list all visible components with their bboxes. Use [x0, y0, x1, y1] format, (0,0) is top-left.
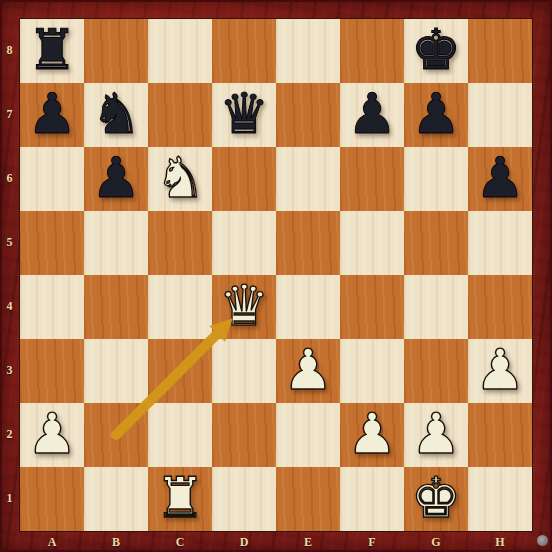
file-label-f: F — [340, 533, 404, 552]
file-label-d: D — [212, 533, 276, 552]
rank-label-7: 7 — [0, 82, 19, 146]
square-h4[interactable] — [468, 275, 532, 339]
square-f1[interactable] — [340, 467, 404, 531]
board-frame: ♜♚♟♞♛♟♟♟♞♟♛♟♟♟♟♟♜♚ 87654321 ABCDEFGH — [0, 0, 552, 552]
square-f5[interactable] — [340, 211, 404, 275]
square-d6[interactable] — [212, 147, 276, 211]
square-a6[interactable] — [20, 147, 84, 211]
square-h1[interactable] — [468, 467, 532, 531]
square-d8[interactable] — [212, 19, 276, 83]
square-b8[interactable] — [84, 19, 148, 83]
square-b5[interactable] — [84, 211, 148, 275]
square-e5[interactable] — [276, 211, 340, 275]
file-label-b: B — [84, 533, 148, 552]
square-f4[interactable] — [340, 275, 404, 339]
square-g6[interactable] — [404, 147, 468, 211]
black-pawn-b6[interactable]: ♟ — [84, 147, 148, 211]
square-h2[interactable] — [468, 403, 532, 467]
white-pawn-g2[interactable]: ♟ — [404, 403, 468, 467]
file-label-e: E — [276, 533, 340, 552]
rank-label-6: 6 — [0, 146, 19, 210]
square-e4[interactable] — [276, 275, 340, 339]
white-pawn-a2[interactable]: ♟ — [20, 403, 84, 467]
square-d2[interactable] — [212, 403, 276, 467]
square-f3[interactable] — [340, 339, 404, 403]
square-d5[interactable] — [212, 211, 276, 275]
square-h8[interactable] — [468, 19, 532, 83]
square-e6[interactable] — [276, 147, 340, 211]
square-a4[interactable] — [20, 275, 84, 339]
file-label-c: C — [148, 533, 212, 552]
file-label-g: G — [404, 533, 468, 552]
square-b3[interactable] — [84, 339, 148, 403]
black-pawn-f7[interactable]: ♟ — [340, 83, 404, 147]
white-pawn-h3[interactable]: ♟ — [468, 339, 532, 403]
square-b4[interactable] — [84, 275, 148, 339]
square-g4[interactable] — [404, 275, 468, 339]
square-f8[interactable] — [340, 19, 404, 83]
black-pawn-g7[interactable]: ♟ — [404, 83, 468, 147]
square-c5[interactable] — [148, 211, 212, 275]
square-f6[interactable] — [340, 147, 404, 211]
square-h5[interactable] — [468, 211, 532, 275]
square-e7[interactable] — [276, 83, 340, 147]
square-a1[interactable] — [20, 467, 84, 531]
file-label-a: A — [20, 533, 84, 552]
square-c3[interactable] — [148, 339, 212, 403]
square-e8[interactable] — [276, 19, 340, 83]
black-pawn-h6[interactable]: ♟ — [468, 147, 532, 211]
square-e2[interactable] — [276, 403, 340, 467]
square-c2[interactable] — [148, 403, 212, 467]
square-a5[interactable] — [20, 211, 84, 275]
corner-dot-icon — [537, 535, 548, 546]
white-queen-d4[interactable]: ♛ — [212, 275, 276, 339]
black-queen-d7[interactable]: ♛ — [212, 83, 276, 147]
rank-label-4: 4 — [0, 274, 19, 338]
square-d3[interactable] — [212, 339, 276, 403]
white-pawn-e3[interactable]: ♟ — [276, 339, 340, 403]
square-b2[interactable] — [84, 403, 148, 467]
black-king-g8[interactable]: ♚ — [404, 19, 468, 83]
rank-label-5: 5 — [0, 210, 19, 274]
black-knight-b7[interactable]: ♞ — [84, 83, 148, 147]
square-g3[interactable] — [404, 339, 468, 403]
rank-label-8: 8 — [0, 18, 19, 82]
square-g5[interactable] — [404, 211, 468, 275]
white-pawn-f2[interactable]: ♟ — [340, 403, 404, 467]
black-pawn-a7[interactable]: ♟ — [20, 83, 84, 147]
square-b1[interactable] — [84, 467, 148, 531]
rank-label-3: 3 — [0, 338, 19, 402]
square-a3[interactable] — [20, 339, 84, 403]
square-c4[interactable] — [148, 275, 212, 339]
square-c7[interactable] — [148, 83, 212, 147]
black-rook-a8[interactable]: ♜ — [20, 19, 84, 83]
rank-label-1: 1 — [0, 466, 19, 530]
square-h7[interactable] — [468, 83, 532, 147]
file-label-h: H — [468, 533, 532, 552]
white-king-g1[interactable]: ♚ — [404, 467, 468, 531]
square-e1[interactable] — [276, 467, 340, 531]
square-d1[interactable] — [212, 467, 276, 531]
rank-label-2: 2 — [0, 402, 19, 466]
white-knight-c6[interactable]: ♞ — [148, 147, 212, 211]
square-c8[interactable] — [148, 19, 212, 83]
white-rook-c1[interactable]: ♜ — [148, 467, 212, 531]
